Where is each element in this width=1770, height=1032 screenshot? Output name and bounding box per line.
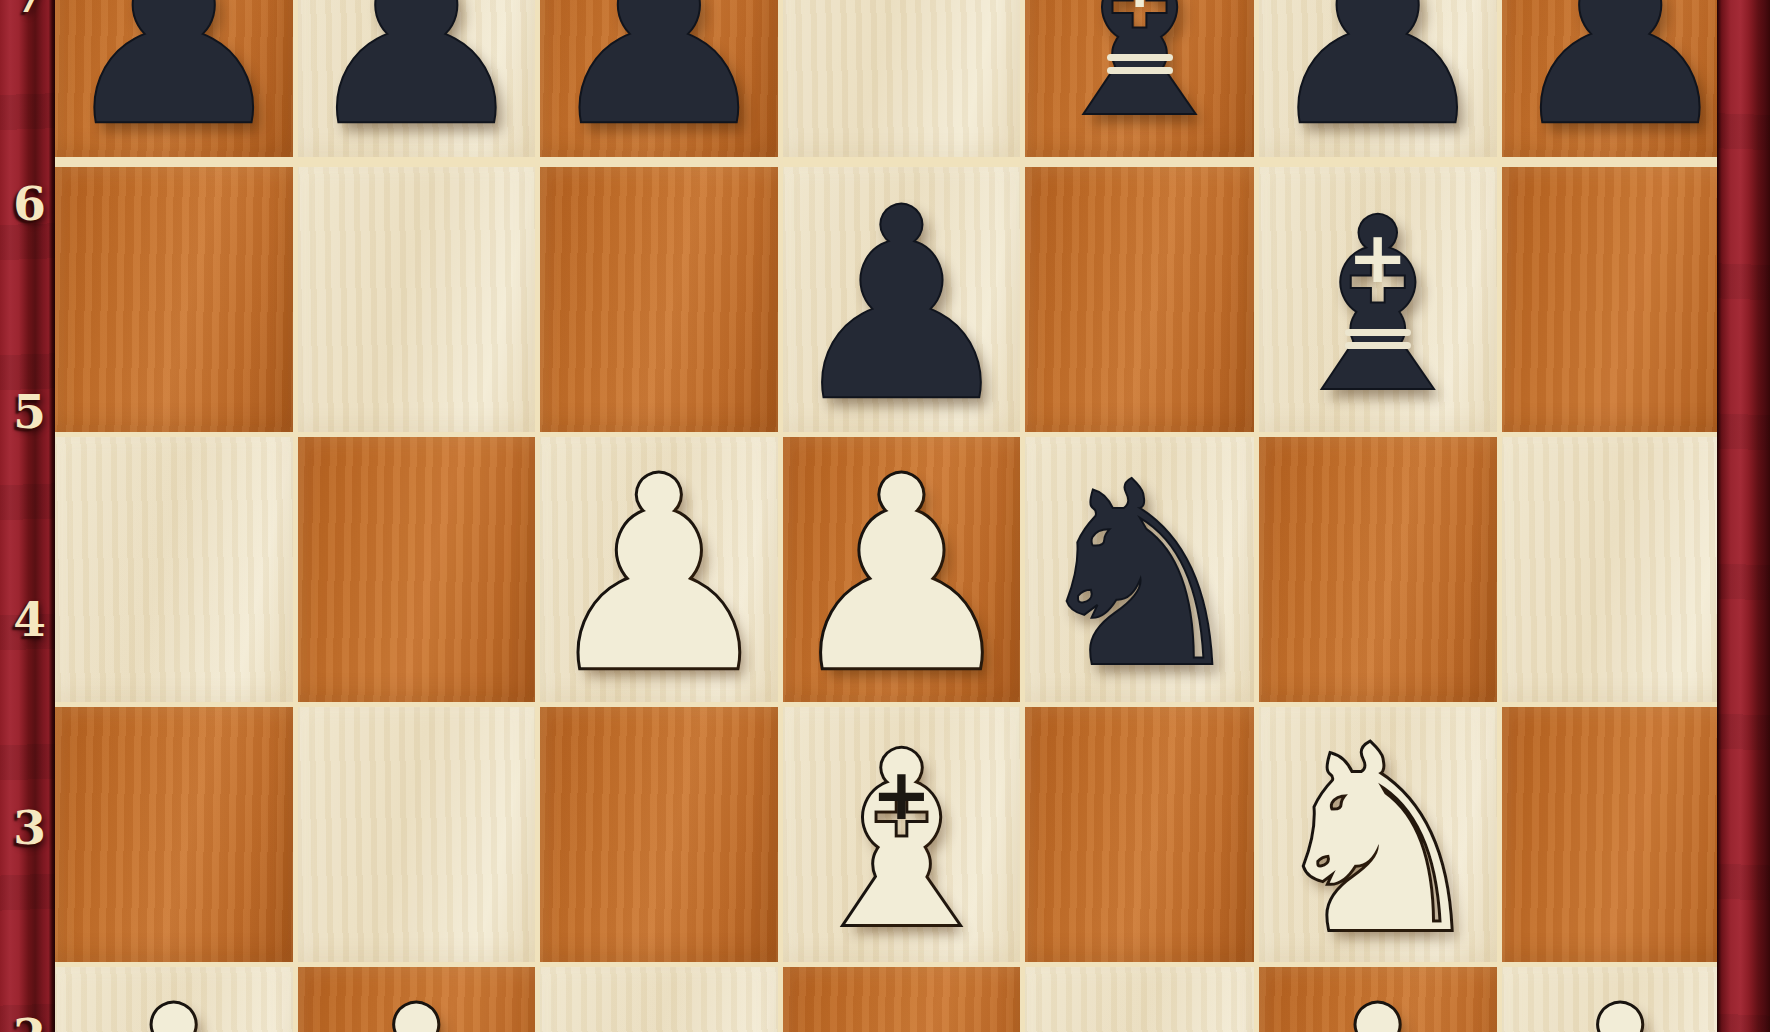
square-g3[interactable] (1502, 707, 1740, 962)
square-d7[interactable] (783, 0, 1021, 157)
square-a5[interactable] (55, 167, 293, 432)
piece-black-pawn-g7[interactable]: ♟ (1502, 0, 1740, 163)
piece-white-knight-f3[interactable]: ♞ (1263, 713, 1492, 968)
board-frame-right (1717, 0, 1770, 1032)
square-c7[interactable]: ♟ (540, 0, 778, 157)
square-e3[interactable] (1025, 707, 1254, 962)
square-d5[interactable]: ♟ (783, 167, 1021, 432)
square-e7[interactable]: ♝+ (1025, 0, 1254, 157)
square-g7[interactable]: ♟ (1502, 0, 1740, 157)
piece-black-pawn-f7[interactable]: ♟ (1259, 0, 1497, 163)
piece-white-pawn-c4[interactable]: ♟ (540, 443, 778, 708)
square-a7[interactable]: ♟ (55, 0, 293, 157)
square-e4[interactable]: ♞ (1025, 437, 1254, 702)
square-g2[interactable]: ♟ (1502, 967, 1740, 1032)
square-b7[interactable]: ♟ (298, 0, 536, 157)
square-b2[interactable]: ♟ (298, 967, 536, 1032)
piece-white-pawn-g2[interactable]: ♟ (1502, 973, 1740, 1032)
rank-label-5: 5 (4, 381, 55, 443)
bishop-cross-mark: + (1109, 0, 1169, 18)
square-d4[interactable]: ♟ (783, 437, 1021, 702)
rank-label-4: 4 (4, 589, 55, 651)
square-f3[interactable]: ♞ (1259, 707, 1497, 962)
rank-label-7: 7 (4, 0, 55, 27)
bishop-collar-bands (1107, 54, 1173, 61)
square-e2[interactable] (1025, 967, 1254, 1032)
piece-white-pawn-b2[interactable]: ♟ (298, 973, 536, 1032)
piece-white-pawn-d4[interactable]: ♟ (783, 443, 1021, 708)
piece-black-knight-e4[interactable]: ♞ (1025, 448, 1254, 703)
piece-black-pawn-b7[interactable]: ♟ (298, 0, 536, 163)
square-c4[interactable]: ♟ (540, 437, 778, 702)
square-f2[interactable]: ♟ (1259, 967, 1497, 1032)
square-a3[interactable] (55, 707, 293, 962)
piece-white-pawn-a2[interactable]: ♟ (55, 973, 293, 1032)
square-e5[interactable] (1025, 167, 1254, 432)
rank-label-6: 6 (4, 173, 55, 235)
piece-white-pawn-f2[interactable]: ♟ (1259, 973, 1497, 1032)
square-b4[interactable] (298, 437, 536, 702)
square-b3[interactable] (298, 707, 536, 962)
square-f5[interactable]: ♝+ (1259, 167, 1497, 432)
board-frame-left: 765432 (0, 0, 55, 1032)
square-g5[interactable] (1502, 167, 1740, 432)
square-f4[interactable] (1259, 437, 1497, 702)
rank-label-3: 3 (4, 797, 55, 859)
chess-screenshot: ♟♟♟♝+♟♟♟♟♝+♟♟♞♝+♞♟♟♟♟♟ 765432 (0, 0, 1770, 1032)
square-f7[interactable]: ♟ (1259, 0, 1497, 157)
bishop-collar-bands (1345, 329, 1411, 336)
piece-black-pawn-d5[interactable]: ♟ (783, 173, 1021, 438)
square-b5[interactable] (298, 167, 536, 432)
piece-black-pawn-a7[interactable]: ♟ (55, 0, 293, 163)
bishop-cross-mark: + (1348, 221, 1408, 293)
chess-board: ♟♟♟♝+♟♟♟♟♝+♟♟♞♝+♞♟♟♟♟♟ (55, 0, 1717, 1032)
rank-label-2: 2 (4, 1005, 55, 1032)
square-d3[interactable]: ♝+ (783, 707, 1021, 962)
square-c2[interactable] (540, 967, 778, 1032)
piece-black-pawn-c7[interactable]: ♟ (540, 0, 778, 163)
bishop-cross-mark: + (871, 758, 931, 830)
square-g4[interactable] (1502, 437, 1740, 702)
square-a2[interactable]: ♟ (55, 967, 293, 1032)
square-c3[interactable] (540, 707, 778, 962)
square-a4[interactable] (55, 437, 293, 702)
square-c5[interactable] (540, 167, 778, 432)
